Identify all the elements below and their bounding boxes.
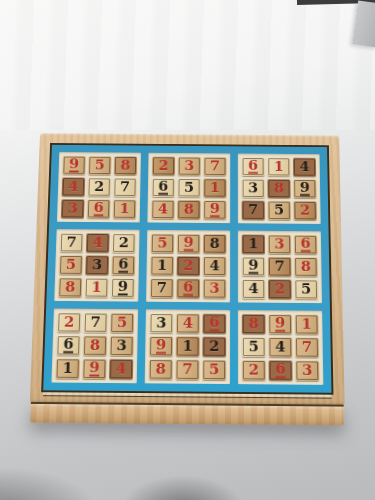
tile-digit: 2: [183, 258, 193, 272]
tile-r6c4[interactable]: 7: [150, 278, 174, 298]
tile-digit: 8: [274, 181, 284, 195]
tile-digit: 4: [116, 361, 127, 376]
tile-digit: 7: [210, 159, 220, 173]
wall-backdrop: [0, 0, 375, 130]
tile-r3c7[interactable]: 7: [242, 200, 265, 219]
tile-r6c3[interactable]: 9: [111, 278, 135, 298]
tile-r6c2[interactable]: 1: [85, 278, 109, 298]
sudoku-grid: 9584273612376514896143897527425368195981…: [51, 152, 323, 385]
tile-r3c3[interactable]: 1: [113, 199, 136, 218]
tile-digit: 7: [90, 315, 101, 329]
tile-digit: 3: [248, 181, 258, 195]
tile-r4c6[interactable]: 8: [203, 234, 226, 254]
tile-digit: 7: [275, 259, 285, 273]
tile-digit: 4: [68, 180, 78, 194]
tile-r3c2[interactable]: 6: [87, 199, 111, 218]
tile-r2c2[interactable]: 2: [87, 177, 110, 196]
tile-digit: 2: [94, 180, 104, 194]
tile-digit: 6: [209, 315, 219, 331]
tile-digit: 3: [302, 363, 313, 378]
tile-digit: 3: [116, 338, 127, 353]
tile-r6c5[interactable]: 6: [176, 278, 200, 298]
tile-r1c6[interactable]: 7: [204, 157, 227, 176]
tile-r9c9[interactable]: 3: [295, 360, 319, 381]
tile-digit: 7: [66, 235, 77, 249]
tile-digit: 6: [93, 201, 103, 217]
tile-r6c1[interactable]: 8: [58, 277, 82, 297]
tile-digit: 4: [275, 339, 285, 354]
tile-digit: 1: [274, 160, 284, 174]
tile-digit: 2: [64, 315, 75, 329]
tile-digit: 1: [62, 361, 73, 376]
tile-digit: 8: [210, 236, 220, 250]
tile-r8c1[interactable]: 6: [56, 335, 80, 355]
tile-digit: 5: [249, 339, 259, 354]
box-3x3: 598124763: [146, 230, 230, 303]
tile-r2c6[interactable]: 1: [203, 178, 226, 197]
box-3x3: 275683194: [51, 308, 138, 383]
tile-digit: 8: [184, 202, 194, 216]
tile-r5c4[interactable]: 1: [150, 256, 174, 276]
tile-r9c3[interactable]: 4: [109, 359, 133, 380]
tile-digit: 2: [119, 236, 129, 250]
tile-r2c4[interactable]: 6: [152, 178, 175, 197]
tile-digit: 3: [92, 258, 102, 272]
tile-r5c7[interactable]: 9: [242, 257, 265, 277]
box-3x3: 346912875: [145, 309, 230, 384]
tile-digit: 1: [91, 280, 102, 294]
tile-digit: 5: [66, 257, 77, 271]
tile-digit: 5: [301, 282, 311, 296]
tile-r5c5[interactable]: 2: [177, 256, 200, 276]
tile-r6c6[interactable]: 3: [203, 279, 226, 299]
tile-digit: 8: [301, 259, 311, 273]
tile-r7c3[interactable]: 5: [110, 313, 134, 333]
tile-digit: 1: [210, 181, 220, 195]
tile-r5c8[interactable]: 7: [268, 257, 291, 277]
tile-digit: 4: [158, 202, 168, 216]
tile-digit: 9: [248, 258, 258, 274]
tile-r7c8[interactable]: 9: [268, 314, 292, 334]
tile-digit: 1: [248, 237, 258, 251]
tile-r6c7[interactable]: 4: [242, 279, 265, 299]
tile-digit: 7: [302, 340, 312, 355]
tile-r8c4[interactable]: 9: [149, 336, 173, 356]
tile-r4c3[interactable]: 2: [112, 233, 136, 253]
tile-digit: 6: [63, 337, 74, 353]
tile-r3c6[interactable]: 9: [203, 200, 226, 219]
tile-digit: 8: [90, 338, 101, 353]
tile-r5c2[interactable]: 3: [85, 255, 109, 275]
tile-r4c4[interactable]: 5: [151, 234, 174, 254]
tile-r5c1[interactable]: 5: [59, 255, 83, 275]
tile-r6c9[interactable]: 5: [294, 279, 318, 299]
tile-r3c5[interactable]: 8: [177, 200, 200, 219]
tile-r9c1[interactable]: 1: [56, 358, 80, 379]
tile-r7c4[interactable]: 3: [149, 313, 173, 333]
tile-digit: 6: [118, 257, 128, 273]
tile-digit: 9: [156, 337, 167, 353]
box-3x3: 958427361: [57, 152, 141, 222]
tile-digit: 7: [248, 203, 258, 217]
background-object: [352, 0, 375, 47]
tile-r9c4[interactable]: 8: [149, 359, 173, 380]
tile-r4c9[interactable]: 6: [294, 235, 317, 255]
tile-r4c1[interactable]: 7: [60, 233, 84, 253]
tile-digit: 5: [95, 158, 105, 172]
tile-r2c3[interactable]: 7: [113, 178, 136, 197]
tile-digit: 3: [184, 159, 194, 173]
tile-digit: 7: [120, 180, 130, 194]
tile-r3c9[interactable]: 2: [293, 201, 316, 220]
tile-r6c8[interactable]: 2: [268, 279, 292, 299]
tile-r3c8[interactable]: 5: [268, 201, 291, 220]
tile-digit: 4: [248, 281, 258, 295]
tile-digit: 2: [275, 282, 285, 296]
tile-r1c8[interactable]: 1: [267, 157, 290, 176]
tile-digit: 8: [65, 280, 76, 294]
tile-digit: 4: [183, 316, 193, 330]
tile-digit: 7: [182, 362, 192, 377]
tile-r7c9[interactable]: 1: [295, 314, 319, 334]
tile-r4c2[interactable]: 4: [86, 233, 110, 253]
board-blue-surface: 9584273612376514896143897527425368195981…: [41, 143, 333, 395]
tile-digit: 9: [275, 316, 285, 332]
tile-digit: 9: [89, 360, 100, 377]
tile-digit: 5: [157, 236, 167, 250]
tile-digit: 2: [159, 159, 169, 173]
tile-digit: 6: [300, 236, 310, 252]
table-shadow-left: [0, 466, 100, 500]
tile-r1c9[interactable]: 4: [293, 158, 316, 177]
tile-digit: 4: [299, 160, 309, 174]
board-frame: 9584273612376514896143897527425368195981…: [30, 133, 345, 404]
tile-digit: 9: [118, 279, 129, 295]
tile-r1c3[interactable]: 8: [114, 156, 137, 175]
tile-digit: 6: [183, 280, 193, 296]
tile-r9c7[interactable]: 2: [242, 360, 266, 381]
tile-digit: 7: [157, 281, 167, 295]
tile-digit: 9: [210, 202, 220, 218]
tile-digit: 6: [248, 159, 258, 174]
tile-r7c1[interactable]: 2: [57, 312, 81, 332]
sudoku-board: 9584273612376514896143897527425368195981…: [29, 133, 345, 425]
tile-r1c1[interactable]: 9: [62, 156, 85, 175]
box-3x3: 891547263: [238, 310, 323, 385]
tile-r1c4[interactable]: 2: [152, 156, 175, 175]
tile-digit: 1: [301, 317, 311, 331]
tile-r1c7[interactable]: 6: [242, 157, 265, 176]
tile-digit: 1: [119, 202, 129, 216]
tile-r9c6[interactable]: 5: [202, 360, 226, 381]
tile-digit: 9: [69, 157, 79, 172]
tile-digit: 3: [274, 237, 284, 251]
tile-digit: 4: [210, 259, 220, 273]
tile-digit: 6: [158, 179, 168, 194]
tile-r3c4[interactable]: 4: [151, 200, 174, 219]
tile-r9c2[interactable]: 9: [82, 359, 106, 380]
tile-r7c6[interactable]: 6: [203, 314, 227, 334]
tile-r8c3[interactable]: 3: [110, 336, 134, 356]
tile-r2c1[interactable]: 4: [62, 177, 86, 196]
tile-r4c5[interactable]: 9: [177, 234, 200, 254]
tile-r8c8[interactable]: 4: [268, 337, 292, 357]
tile-r9c5[interactable]: 7: [175, 359, 199, 380]
box-3x3: 614389752: [238, 153, 321, 223]
tile-digit: 6: [275, 362, 285, 379]
tile-r4c8[interactable]: 3: [268, 235, 291, 255]
tile-digit: 5: [117, 315, 128, 329]
tile-r2c7[interactable]: 3: [242, 179, 265, 198]
box-3x3: 237651489: [147, 153, 230, 223]
tile-r1c5[interactable]: 3: [178, 157, 201, 176]
box-3x3: 742536819: [54, 229, 139, 302]
tile-digit: 5: [184, 180, 194, 194]
tile-digit: 9: [183, 235, 193, 251]
board-front-edge: [30, 402, 344, 425]
tile-digit: 8: [120, 158, 130, 172]
tile-r2c5[interactable]: 5: [178, 178, 201, 197]
tile-r7c2[interactable]: 7: [84, 313, 108, 333]
tile-r2c8[interactable]: 8: [267, 179, 290, 198]
tile-r5c9[interactable]: 8: [294, 257, 318, 277]
tile-digit: 3: [67, 201, 77, 215]
tile-r5c6[interactable]: 4: [203, 256, 226, 276]
tile-r7c5[interactable]: 4: [176, 313, 200, 333]
tile-digit: 2: [209, 339, 219, 354]
tile-digit: 2: [249, 362, 259, 377]
table-shadow-center: [118, 474, 248, 500]
tile-r8c9[interactable]: 7: [295, 337, 319, 357]
tile-digit: 9: [300, 181, 310, 196]
tile-r8c6[interactable]: 2: [202, 336, 226, 356]
box-3x3: 136978425: [238, 231, 322, 304]
tile-digit: 1: [157, 258, 167, 272]
tile-digit: 8: [249, 316, 259, 330]
tile-r1c2[interactable]: 5: [88, 156, 111, 175]
tile-r3c1[interactable]: 3: [61, 199, 85, 218]
tile-r8c5[interactable]: 1: [176, 336, 200, 356]
tile-digit: 4: [93, 235, 103, 249]
tile-r2c9[interactable]: 9: [293, 179, 316, 198]
tile-digit: 8: [155, 362, 166, 377]
tile-digit: 1: [182, 339, 192, 354]
tile-digit: 5: [209, 362, 219, 377]
tile-r8c7[interactable]: 5: [242, 337, 266, 357]
tile-r7c7[interactable]: 8: [242, 314, 266, 334]
tile-digit: 5: [274, 203, 284, 217]
tile-r4c7[interactable]: 1: [242, 234, 265, 254]
tile-r9c8[interactable]: 6: [269, 360, 293, 381]
tile-digit: 3: [209, 281, 219, 295]
photo-scene: { "game": "sudoku", "board_description":…: [0, 0, 375, 500]
tile-r8c2[interactable]: 8: [83, 335, 107, 355]
tile-digit: 2: [300, 203, 310, 217]
tile-digit: 3: [156, 316, 166, 330]
tile-r5c3[interactable]: 6: [111, 255, 135, 275]
